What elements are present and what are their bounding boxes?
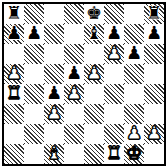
square-g8[interactable] (124, 4, 144, 24)
square-b7[interactable]: ♟ (24, 24, 44, 44)
square-b6[interactable] (24, 44, 44, 64)
black-rook-a8[interactable]: ♜ (6, 4, 22, 23)
square-d6[interactable] (64, 44, 84, 64)
square-g7[interactable] (124, 24, 144, 44)
square-b5[interactable] (24, 64, 44, 84)
black-pawn-b7[interactable]: ♟ (26, 24, 42, 43)
chess-board-frame: ♜♚♜♟♟♝♟♟♟♟♟♟♟♜♟♟♟♟♟♝♜♚ (2, 2, 166, 166)
square-a8[interactable]: ♜ (4, 4, 24, 24)
square-e5[interactable]: ♟ (84, 64, 104, 84)
square-d1[interactable] (64, 144, 84, 164)
square-c6[interactable] (44, 44, 64, 64)
white-rook-f1[interactable]: ♜ (106, 144, 122, 163)
square-b2[interactable] (24, 124, 44, 144)
square-e4[interactable] (84, 84, 104, 104)
white-pawn-h2[interactable]: ♟ (146, 124, 162, 143)
square-a4[interactable]: ♜ (4, 84, 24, 104)
square-e3[interactable] (84, 104, 104, 124)
square-g1[interactable]: ♚ (124, 144, 144, 164)
square-b3[interactable] (24, 104, 44, 124)
square-c2[interactable] (44, 124, 64, 144)
square-a1[interactable] (4, 144, 24, 164)
black-pawn-f7[interactable]: ♟ (106, 24, 122, 43)
square-h1[interactable] (144, 144, 164, 164)
square-c1[interactable]: ♝ (44, 144, 64, 164)
square-b8[interactable] (24, 4, 44, 24)
square-g6[interactable]: ♟ (124, 44, 144, 64)
square-e7[interactable]: ♝ (84, 24, 104, 44)
black-pawn-d5[interactable]: ♟ (66, 64, 82, 83)
square-g3[interactable] (124, 104, 144, 124)
square-d4[interactable]: ♟ (64, 84, 84, 104)
square-h7[interactable]: ♟ (144, 24, 164, 44)
square-e1[interactable] (84, 144, 104, 164)
square-f6[interactable]: ♟ (104, 44, 124, 64)
square-f7[interactable]: ♟ (104, 24, 124, 44)
square-f4[interactable] (104, 84, 124, 104)
square-h6[interactable] (144, 44, 164, 64)
white-pawn-g2[interactable]: ♟ (126, 124, 142, 143)
square-h2[interactable]: ♟ (144, 124, 164, 144)
black-pawn-a7[interactable]: ♟ (6, 24, 22, 43)
square-g2[interactable]: ♟ (124, 124, 144, 144)
square-c7[interactable] (44, 24, 64, 44)
square-d8[interactable] (64, 4, 84, 24)
square-f8[interactable] (104, 4, 124, 24)
square-f5[interactable] (104, 64, 124, 84)
white-bishop-c1[interactable]: ♝ (46, 144, 62, 163)
square-a3[interactable] (4, 104, 24, 124)
square-a5[interactable]: ♟ (4, 64, 24, 84)
white-pawn-e5[interactable]: ♟ (86, 64, 102, 83)
black-pawn-c4[interactable]: ♟ (46, 84, 62, 103)
white-pawn-d4[interactable]: ♟ (66, 84, 82, 103)
square-f2[interactable] (104, 124, 124, 144)
black-rook-h8[interactable]: ♜ (146, 4, 162, 23)
black-king-e8[interactable]: ♚ (86, 4, 102, 23)
chess-board: ♜♚♜♟♟♝♟♟♟♟♟♟♟♜♟♟♟♟♟♝♜♚ (4, 4, 164, 164)
square-c8[interactable] (44, 4, 64, 24)
square-a2[interactable] (4, 124, 24, 144)
white-king-g1[interactable]: ♚ (126, 144, 142, 163)
black-pawn-g6[interactable]: ♟ (126, 44, 142, 63)
square-h5[interactable] (144, 64, 164, 84)
square-d2[interactable] (64, 124, 84, 144)
black-bishop-e7[interactable]: ♝ (86, 24, 102, 43)
square-b1[interactable] (24, 144, 44, 164)
square-a6[interactable] (4, 44, 24, 64)
square-g5[interactable] (124, 64, 144, 84)
square-h4[interactable] (144, 84, 164, 104)
square-d7[interactable] (64, 24, 84, 44)
white-pawn-c3[interactable]: ♟ (46, 104, 62, 123)
square-c3[interactable]: ♟ (44, 104, 64, 124)
square-h8[interactable]: ♜ (144, 4, 164, 24)
square-h3[interactable] (144, 104, 164, 124)
square-f1[interactable]: ♜ (104, 144, 124, 164)
square-g4[interactable] (124, 84, 144, 104)
square-e6[interactable] (84, 44, 104, 64)
white-pawn-f6[interactable]: ♟ (106, 44, 122, 63)
square-c4[interactable]: ♟ (44, 84, 64, 104)
square-e8[interactable]: ♚ (84, 4, 104, 24)
square-d3[interactable] (64, 104, 84, 124)
square-d5[interactable]: ♟ (64, 64, 84, 84)
black-pawn-h7[interactable]: ♟ (146, 24, 162, 43)
square-b4[interactable] (24, 84, 44, 104)
square-f3[interactable] (104, 104, 124, 124)
white-pawn-a5[interactable]: ♟ (6, 64, 22, 83)
square-c5[interactable] (44, 64, 64, 84)
square-a7[interactable]: ♟ (4, 24, 24, 44)
white-rook-a4[interactable]: ♜ (6, 84, 22, 103)
square-e2[interactable] (84, 124, 104, 144)
